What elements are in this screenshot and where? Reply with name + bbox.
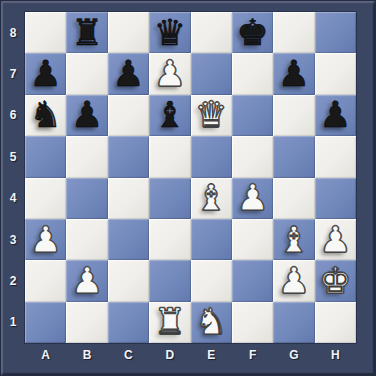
square-b2[interactable]: ♟ <box>66 260 107 301</box>
white-pawn-b2: ♟ <box>66 260 107 301</box>
square-e8[interactable] <box>191 12 232 53</box>
file-label-e: E <box>191 344 232 366</box>
white-bishop-g3: ♝ <box>273 219 314 260</box>
square-h4[interactable] <box>315 178 356 219</box>
square-h8[interactable] <box>315 12 356 53</box>
square-a6[interactable]: ♞ <box>25 95 66 136</box>
square-c4[interactable] <box>108 178 149 219</box>
square-b6[interactable]: ♟ <box>66 95 107 136</box>
square-e5[interactable] <box>191 136 232 177</box>
square-b7[interactable] <box>66 53 107 94</box>
black-knight-a6: ♞ <box>25 95 66 136</box>
square-d8[interactable]: ♛ <box>149 12 190 53</box>
rank-label-6: 6 <box>1 95 25 136</box>
square-c5[interactable] <box>108 136 149 177</box>
white-pawn-f4: ♟ <box>232 178 273 219</box>
square-c7[interactable]: ♟ <box>108 53 149 94</box>
black-pawn-g7: ♟ <box>273 53 314 94</box>
black-pawn-c7: ♟ <box>108 53 149 94</box>
square-a3[interactable]: ♟ <box>25 219 66 260</box>
black-pawn-b6: ♟ <box>66 95 107 136</box>
square-a8[interactable] <box>25 12 66 53</box>
black-queen-d8: ♛ <box>149 12 190 53</box>
square-b4[interactable] <box>66 178 107 219</box>
square-e7[interactable] <box>191 53 232 94</box>
file-label-a: A <box>25 344 66 366</box>
file-label-b: B <box>66 344 107 366</box>
square-e6[interactable]: ♛ <box>191 95 232 136</box>
square-h7[interactable] <box>315 53 356 94</box>
white-bishop-e4: ♝ <box>191 178 232 219</box>
white-king-h2: ♚ <box>315 260 356 301</box>
file-label-g: G <box>273 344 314 366</box>
file-label-c: C <box>108 344 149 366</box>
rank-label-5: 5 <box>1 136 25 177</box>
black-pawn-h6: ♟ <box>315 95 356 136</box>
chess-board-frame: 87654321 ♜♛♚♟♟♟♟♞♟♝♛♟♝♟♟♝♟♟♟♚♜♞ ABCDEFGH <box>0 0 376 376</box>
square-g6[interactable] <box>273 95 314 136</box>
square-f6[interactable] <box>232 95 273 136</box>
rank-label-4: 4 <box>1 178 25 219</box>
rank-label-8: 8 <box>1 12 25 53</box>
rank-label-7: 7 <box>1 53 25 94</box>
square-d4[interactable] <box>149 178 190 219</box>
square-e3[interactable] <box>191 219 232 260</box>
square-h3[interactable]: ♟ <box>315 219 356 260</box>
square-g8[interactable] <box>273 12 314 53</box>
black-king-f8: ♚ <box>232 12 273 53</box>
square-c3[interactable] <box>108 219 149 260</box>
white-queen-e6: ♛ <box>191 95 232 136</box>
square-a5[interactable] <box>25 136 66 177</box>
square-g7[interactable]: ♟ <box>273 53 314 94</box>
black-bishop-d6: ♝ <box>149 95 190 136</box>
square-d2[interactable] <box>149 260 190 301</box>
rank-label-3: 3 <box>1 219 25 260</box>
square-c2[interactable] <box>108 260 149 301</box>
rank-label-2: 2 <box>1 260 25 301</box>
square-a1[interactable] <box>25 302 66 343</box>
white-pawn-g2: ♟ <box>273 260 314 301</box>
black-rook-b8: ♜ <box>66 12 107 53</box>
square-h6[interactable]: ♟ <box>315 95 356 136</box>
square-h1[interactable] <box>315 302 356 343</box>
square-f8[interactable]: ♚ <box>232 12 273 53</box>
file-label-h: H <box>315 344 356 366</box>
square-h2[interactable]: ♚ <box>315 260 356 301</box>
square-d3[interactable] <box>149 219 190 260</box>
square-f4[interactable]: ♟ <box>232 178 273 219</box>
white-knight-e1: ♞ <box>191 302 232 343</box>
square-e2[interactable] <box>191 260 232 301</box>
square-b5[interactable] <box>66 136 107 177</box>
file-label-f: F <box>232 344 273 366</box>
square-d6[interactable]: ♝ <box>149 95 190 136</box>
square-f1[interactable] <box>232 302 273 343</box>
square-f2[interactable] <box>232 260 273 301</box>
rank-labels: 87654321 <box>1 12 25 343</box>
square-e1[interactable]: ♞ <box>191 302 232 343</box>
square-f5[interactable] <box>232 136 273 177</box>
square-a7[interactable]: ♟ <box>25 53 66 94</box>
square-g5[interactable] <box>273 136 314 177</box>
square-c6[interactable] <box>108 95 149 136</box>
rank-label-1: 1 <box>1 302 25 343</box>
chess-board: ♜♛♚♟♟♟♟♞♟♝♛♟♝♟♟♝♟♟♟♚♜♞ <box>25 12 356 343</box>
square-b3[interactable] <box>66 219 107 260</box>
square-d7[interactable]: ♟ <box>149 53 190 94</box>
square-g4[interactable] <box>273 178 314 219</box>
white-pawn-a3: ♟ <box>25 219 66 260</box>
white-pawn-d7: ♟ <box>149 53 190 94</box>
square-g1[interactable] <box>273 302 314 343</box>
square-f7[interactable] <box>232 53 273 94</box>
square-a4[interactable] <box>25 178 66 219</box>
file-labels: ABCDEFGH <box>25 344 356 366</box>
square-d1[interactable]: ♜ <box>149 302 190 343</box>
square-b1[interactable] <box>66 302 107 343</box>
square-g2[interactable]: ♟ <box>273 260 314 301</box>
square-c1[interactable] <box>108 302 149 343</box>
square-h5[interactable] <box>315 136 356 177</box>
white-pawn-h3: ♟ <box>315 219 356 260</box>
square-f3[interactable] <box>232 219 273 260</box>
file-label-d: D <box>149 344 190 366</box>
black-pawn-a7: ♟ <box>25 53 66 94</box>
square-a2[interactable] <box>25 260 66 301</box>
square-e4[interactable]: ♝ <box>191 178 232 219</box>
square-b8[interactable]: ♜ <box>66 12 107 53</box>
white-rook-d1: ♜ <box>149 302 190 343</box>
square-d5[interactable] <box>149 136 190 177</box>
square-g3[interactable]: ♝ <box>273 219 314 260</box>
square-c8[interactable] <box>108 12 149 53</box>
